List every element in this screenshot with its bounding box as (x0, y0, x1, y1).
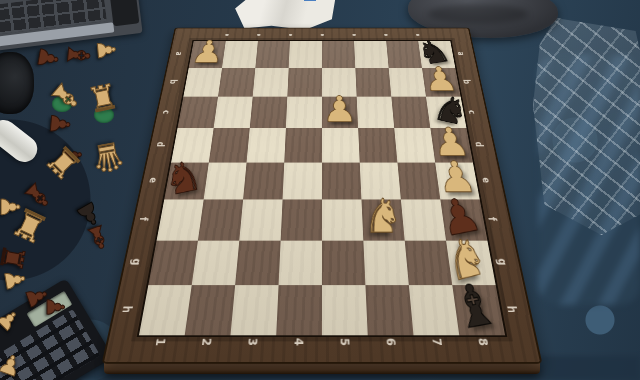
captured-piece: ♜ (85, 78, 122, 118)
square-d2[interactable] (209, 128, 250, 162)
captured-piece: ♝ (62, 40, 94, 69)
piece-white-pawn-c5[interactable]: ♟ (322, 91, 358, 127)
file-label-right-b: b (461, 79, 473, 83)
piece-white-pawn-a1[interactable]: ♟ (189, 36, 226, 67)
paper-blue-tag (304, 0, 316, 1)
square-g6[interactable] (363, 240, 409, 285)
square-d6[interactable] (358, 128, 397, 162)
square-h6[interactable] (365, 285, 413, 335)
rank-label-bottom-7: 7 (429, 338, 445, 346)
file-label-right-h: h (504, 306, 520, 314)
square-d7[interactable] (394, 128, 435, 162)
square-a3[interactable] (255, 41, 290, 68)
square-e3[interactable] (243, 162, 284, 199)
square-h1[interactable] (139, 285, 192, 335)
square-c4[interactable] (286, 97, 322, 128)
file-label-right-a: a (456, 52, 467, 56)
piece-white-knight-f6[interactable]: ♞ (361, 193, 404, 240)
square-e1[interactable]: ♞ (164, 162, 209, 199)
laptop-hinge (109, 0, 140, 26)
square-f6[interactable]: ♞ (361, 200, 404, 241)
file-label-right-g: g (495, 259, 510, 266)
square-d5[interactable] (322, 128, 360, 162)
file-label-right-e: e (480, 177, 493, 182)
file-label-left-d: d (154, 142, 167, 147)
square-f5[interactable] (322, 200, 363, 241)
border-inlay-dot (289, 34, 292, 36)
rank-label-bottom-5: 5 (337, 338, 352, 346)
captured-piece: ♟ (0, 195, 23, 218)
file-label-left-b: b (168, 79, 180, 83)
captured-piece: ♟ (43, 296, 67, 318)
square-f3[interactable] (239, 200, 282, 241)
rank-label-bottom-1: 1 (152, 338, 168, 346)
captured-piece: ♟ (46, 111, 74, 136)
square-h5[interactable] (322, 285, 368, 335)
square-a6[interactable] (354, 41, 389, 68)
square-e2[interactable] (204, 162, 247, 199)
border-inlay-dot (257, 34, 261, 36)
border-inlay-dot (384, 34, 388, 36)
file-label-left-f: f (137, 217, 151, 221)
file-label-right-d: d (473, 142, 486, 147)
captured-piece: ♛ (88, 135, 128, 178)
board-grid: ♟♞♟♟♞♟♞♟♞♟♞♝ (139, 41, 505, 335)
square-g1[interactable] (148, 240, 198, 285)
square-f2[interactable] (198, 200, 243, 241)
file-label-left-e: e (147, 177, 160, 182)
border-inlay-dot (352, 34, 355, 36)
square-b7[interactable] (389, 68, 426, 97)
square-h3[interactable] (230, 285, 278, 335)
square-c3[interactable] (250, 97, 288, 128)
square-c2[interactable] (214, 97, 253, 128)
square-e4[interactable] (283, 162, 322, 199)
square-c6[interactable] (357, 97, 395, 128)
file-label-right-f: f (486, 217, 500, 221)
board-front-edge (104, 360, 540, 374)
rank-label-bottom-4: 4 (291, 338, 306, 346)
square-c5[interactable]: ♟ (322, 97, 358, 128)
square-a1[interactable]: ♟ (189, 41, 226, 68)
rank-label-bottom-6: 6 (383, 338, 398, 346)
file-label-left-h: h (119, 306, 135, 314)
file-label-left-a: a (173, 52, 184, 56)
square-b1[interactable] (183, 68, 222, 97)
rank-label-bottom-3: 3 (245, 338, 260, 346)
rank-label-bottom-2: 2 (199, 338, 215, 346)
crumpled-paper (232, 0, 336, 30)
square-b3[interactable] (253, 68, 289, 97)
square-d4[interactable] (284, 128, 322, 162)
square-h2[interactable] (185, 285, 235, 335)
white-tube (0, 115, 42, 168)
file-label-left-c: c (161, 110, 173, 114)
captured-piece: ♟ (93, 38, 119, 62)
captured-piece: ♟ (33, 44, 63, 71)
square-b6[interactable] (355, 68, 391, 97)
plastic-bag (533, 18, 640, 235)
square-h4[interactable] (276, 285, 322, 335)
square-c1[interactable] (178, 97, 219, 128)
square-d3[interactable] (247, 128, 286, 162)
chess-board: ♟♞♟♟♞♟♞♟♞♟♞♝ aabbccddeeffgghh12345678 (104, 28, 540, 362)
square-b2[interactable] (218, 68, 255, 97)
square-a5[interactable] (322, 41, 355, 68)
square-g4[interactable] (279, 240, 322, 285)
square-b4[interactable] (287, 68, 322, 97)
dark-round-object (0, 52, 34, 114)
square-g2[interactable] (192, 240, 240, 285)
square-f4[interactable] (281, 200, 322, 241)
square-c7[interactable] (391, 97, 430, 128)
square-g3[interactable] (235, 240, 281, 285)
square-g5[interactable] (322, 240, 365, 285)
bag-fold (428, 4, 528, 24)
file-label-left-g: g (129, 259, 144, 266)
chess-board-wrap: ♟♞♟♟♞♟♞♟♞♟♞♝ aabbccddeeffgghh12345678 (104, 28, 540, 362)
captured-piece: ♝ (80, 218, 116, 255)
square-h8[interactable]: ♝ (452, 285, 505, 335)
square-e5[interactable] (322, 162, 361, 199)
square-a2[interactable] (222, 41, 258, 68)
square-a4[interactable] (289, 41, 322, 68)
piece-brown-knight-e1[interactable]: ♞ (163, 153, 203, 203)
border-inlay-dot (321, 34, 324, 36)
